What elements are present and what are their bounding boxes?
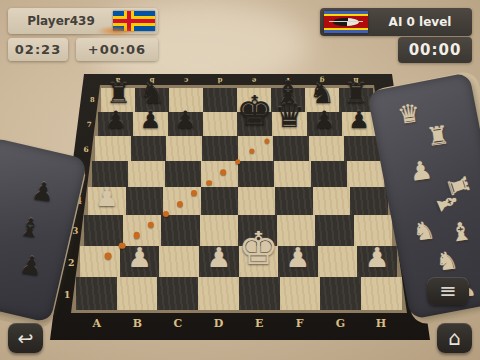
- board-square-h3[interactable]: [354, 215, 392, 246]
- rank-label-left: 1: [64, 288, 71, 299]
- eswatini-shield: [333, 18, 359, 26]
- undo-arrow-icon: ↩: [18, 327, 34, 349]
- board-square-e5[interactable]: [238, 161, 275, 187]
- board-square-h6[interactable]: [344, 136, 380, 161]
- board-square-b6[interactable]: [131, 136, 167, 161]
- board-square-e4[interactable]: [238, 187, 275, 215]
- board-square-d1[interactable]: [198, 277, 239, 310]
- board-square-a2[interactable]: [80, 246, 120, 277]
- file-label-far: e: [252, 76, 256, 85]
- board-row: [95, 136, 380, 161]
- rank-label-left: 2: [68, 256, 74, 267]
- board-square-f4[interactable]: [275, 187, 312, 215]
- black-player-flag-eswatini: [324, 11, 368, 33]
- black-player-name: AI 0 level: [372, 8, 468, 36]
- black-player-panel: AI 0 level: [320, 8, 472, 36]
- board-square-h1[interactable]: [361, 277, 402, 310]
- file-label-near: B: [133, 317, 142, 330]
- file-label-near: H: [376, 317, 386, 330]
- captured-white-knight: ♞: [434, 247, 460, 275]
- board-square-g5[interactable]: [311, 161, 348, 187]
- board-square-b5[interactable]: [128, 161, 165, 187]
- board-square-c2[interactable]: [159, 246, 199, 277]
- file-label-far: d: [218, 76, 223, 85]
- board-square-f5[interactable]: [274, 161, 311, 187]
- black-knight-g8[interactable]: ♞: [309, 79, 335, 108]
- board-square-d6[interactable]: [202, 136, 238, 161]
- eswatini-spear: [329, 21, 363, 22]
- white-clock: 02:23: [8, 38, 68, 61]
- black-pawn-b7[interactable]: ♟: [140, 108, 162, 132]
- rank-label-left: 7: [87, 120, 92, 129]
- board-square-b4[interactable]: [126, 187, 163, 215]
- board-square-h4[interactable]: [350, 187, 387, 215]
- move-trail-dot: [119, 242, 126, 249]
- board-square-c3[interactable]: [161, 215, 199, 246]
- board-square-a6[interactable]: [95, 136, 131, 161]
- captured-black-pawn: ♟: [30, 178, 56, 206]
- home-button[interactable]: ⌂: [437, 323, 472, 353]
- file-label-near: F: [296, 317, 304, 330]
- move-trail-dot: [206, 180, 212, 186]
- board-square-d3[interactable]: [200, 215, 238, 246]
- black-king-e7[interactable]: ♚: [236, 91, 273, 132]
- time-bonus-sparkle: [96, 26, 136, 36]
- board-row: [92, 161, 384, 187]
- board-square-f6[interactable]: [273, 136, 309, 161]
- move-trail-dot: [133, 232, 140, 239]
- board-square-d8[interactable]: [203, 88, 237, 112]
- board-square-c1[interactable]: [157, 277, 198, 310]
- board-square-d4[interactable]: [201, 187, 238, 215]
- captured-white-knight: ♞: [411, 217, 437, 245]
- file-label-near: C: [174, 317, 183, 330]
- file-label-near: G: [336, 317, 345, 330]
- board-row: [88, 187, 388, 215]
- black-pawn-h7[interactable]: ♟: [348, 108, 370, 132]
- board-square-f3[interactable]: [277, 215, 315, 246]
- file-label-near: D: [214, 317, 224, 330]
- black-clock: 00:00: [398, 37, 472, 63]
- rank-label-left: 8: [90, 96, 95, 104]
- black-knight-b8[interactable]: ♞: [139, 79, 165, 108]
- captured-white-queen: ♛: [396, 100, 422, 128]
- black-pawn-g7[interactable]: ♟: [313, 108, 335, 132]
- captured-white-pawn: ♟: [408, 157, 434, 185]
- captured-white-rook: ♜: [425, 122, 451, 150]
- menu-button[interactable]: ≡: [427, 277, 469, 305]
- board-square-a1[interactable]: [76, 277, 117, 310]
- black-pawn-c7[interactable]: ♟: [174, 108, 196, 132]
- board-square-f1[interactable]: [280, 277, 321, 310]
- file-label-near: E: [255, 317, 263, 330]
- game-screen: AaBbCcDdEeFfGgHh1122334455667788♜♞♝♞♜♟♟♟…: [0, 0, 480, 360]
- move-trail-dot: [221, 169, 227, 175]
- board-square-b3[interactable]: [123, 215, 161, 246]
- black-pawn-a7[interactable]: ♟: [105, 108, 127, 132]
- rank-label-left: 6: [83, 144, 88, 153]
- board-square-g6[interactable]: [309, 136, 345, 161]
- board-square-d7[interactable]: [203, 112, 238, 136]
- menu-icon: ≡: [439, 279, 457, 303]
- board-square-e1[interactable]: [239, 277, 280, 310]
- captured-black-pawn: ♟: [18, 252, 44, 280]
- move-trail-dot: [104, 253, 111, 260]
- board-square-a3[interactable]: [84, 215, 122, 246]
- black-rook-h8[interactable]: ♜: [343, 80, 368, 108]
- file-label-near: A: [92, 317, 101, 330]
- white-king-e2[interactable]: ♚: [238, 226, 278, 271]
- home-icon: ⌂: [448, 326, 461, 350]
- white-pawn-f2[interactable]: ♟: [286, 244, 310, 271]
- captured-black-bishop: ♝: [17, 214, 43, 242]
- white-time-bonus: +00:06: [76, 38, 158, 61]
- black-rook-a8[interactable]: ♜: [106, 80, 131, 108]
- board-square-h5[interactable]: [347, 161, 384, 187]
- board-square-c5[interactable]: [165, 161, 202, 187]
- white-pawn-d2[interactable]: ♟: [207, 244, 231, 271]
- board-square-g4[interactable]: [313, 187, 350, 215]
- white-pawn-b2[interactable]: ♟: [128, 244, 152, 271]
- white-pawn-h2[interactable]: ♟: [365, 244, 389, 271]
- captured-white-bishop: ♝: [448, 218, 474, 246]
- move-trail-dot: [191, 190, 197, 196]
- board-square-g3[interactable]: [315, 215, 353, 246]
- black-queen-f7[interactable]: ♛: [274, 98, 304, 132]
- undo-button[interactable]: ↩: [8, 323, 43, 353]
- file-label-far: c: [184, 76, 188, 85]
- white-pawn-a4[interactable]: ♟: [95, 184, 118, 210]
- board-square-g1[interactable]: [320, 277, 361, 310]
- board-square-g2[interactable]: [318, 246, 358, 277]
- board-row: [76, 277, 401, 310]
- board-square-b1[interactable]: [117, 277, 158, 310]
- board-square-c6[interactable]: [166, 136, 202, 161]
